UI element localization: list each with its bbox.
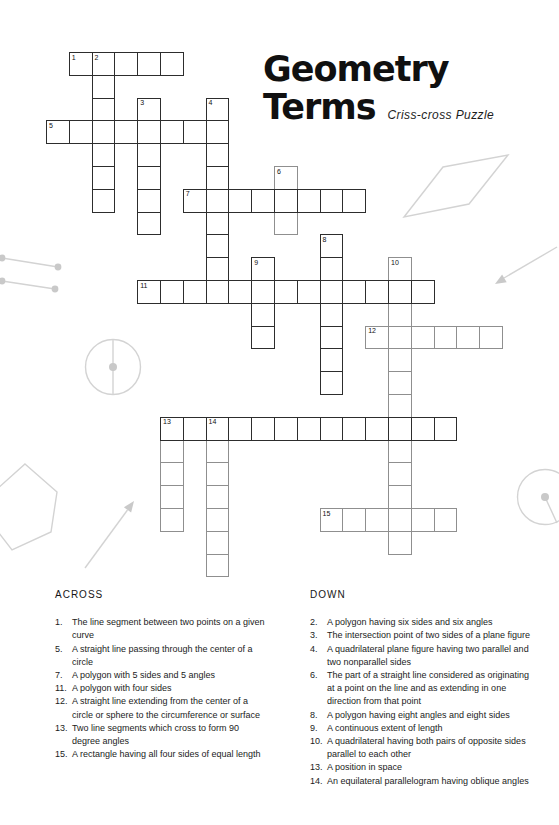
grid-cell[interactable] <box>206 462 230 486</box>
clue-text: A quadrilateral plane figure having two … <box>327 643 538 669</box>
clue-text: The line segment between two points on a… <box>72 616 267 642</box>
across-clues-list: 1.The line segment between two points on… <box>55 616 267 761</box>
grid-cell[interactable] <box>137 52 161 76</box>
clue-text: A polygon having six sides and six angle… <box>327 616 538 629</box>
cell-clue-number: 8 <box>323 236 327 244</box>
grid-cell[interactable] <box>228 417 252 441</box>
clue-text: A straight line extending from the cente… <box>72 695 267 721</box>
grid-cell[interactable] <box>183 280 207 304</box>
grid-cell[interactable] <box>388 417 412 441</box>
grid-cell[interactable] <box>206 531 230 555</box>
grid-cell[interactable] <box>251 326 275 350</box>
line-segment-decoration <box>0 255 61 271</box>
down-clues-list: 2.A polygon having six sides and six ang… <box>310 616 538 788</box>
grid-cell[interactable] <box>206 257 230 281</box>
clue-item: 4.A quadrilateral plane figure having tw… <box>310 643 538 669</box>
down-clues-section: DOWN 2.A polygon having six sides and si… <box>310 588 538 788</box>
clue-number: 15. <box>55 748 72 761</box>
cell-clue-number: 14 <box>209 418 217 426</box>
clue-text: Two line segments which cross to form 90… <box>72 722 267 748</box>
grid-cell[interactable] <box>92 143 116 167</box>
grid-cell[interactable]: 14 <box>206 417 230 441</box>
clue-text: A polygon with four sides <box>72 682 267 695</box>
grid-cell[interactable] <box>320 417 344 441</box>
grid-cell[interactable] <box>388 440 412 464</box>
title-line2: Terms <box>263 88 376 126</box>
grid-cell[interactable]: 10 <box>388 257 412 281</box>
clue-item: 13.Two line segments which cross to form… <box>55 722 267 748</box>
grid-cell[interactable] <box>160 120 184 144</box>
grid-cell[interactable]: 3 <box>137 98 161 122</box>
grid-cell[interactable]: 7 <box>183 189 207 213</box>
grid-cell[interactable] <box>137 143 161 167</box>
grid-cell[interactable]: 12 <box>365 326 389 350</box>
grid-cell[interactable] <box>411 508 435 532</box>
grid-cell[interactable] <box>137 212 161 236</box>
cell-clue-number: 12 <box>368 327 376 335</box>
grid-cell[interactable] <box>206 440 230 464</box>
pentagon-decoration <box>0 464 57 550</box>
grid-cell[interactable] <box>160 485 184 509</box>
grid-cell[interactable] <box>388 303 412 327</box>
across-clues-section: ACROSS 1.The line segment between two po… <box>55 588 267 761</box>
clue-number: 6. <box>310 669 327 709</box>
grid-cell[interactable] <box>183 417 207 441</box>
cell-clue-number: 13 <box>163 418 171 426</box>
grid-cell[interactable]: 9 <box>251 257 275 281</box>
clue-item: 3.The intersection point of two sides of… <box>310 629 538 642</box>
grid-cell[interactable] <box>160 462 184 486</box>
grid-cell[interactable] <box>251 417 275 441</box>
grid-cell[interactable] <box>160 508 184 532</box>
puzzle-page: Geometry Terms Criss-cross Puzzle 123456… <box>0 0 559 825</box>
grid-cell[interactable] <box>411 280 435 304</box>
grid-cell[interactable] <box>342 280 366 304</box>
clue-number: 13. <box>55 722 72 748</box>
grid-cell[interactable] <box>411 326 435 350</box>
grid-cell[interactable] <box>388 371 412 395</box>
clue-number: 13. <box>310 761 327 774</box>
cell-clue-number: 15 <box>323 510 331 518</box>
grid-cell[interactable] <box>206 485 230 509</box>
grid-cell[interactable]: 13 <box>160 417 184 441</box>
grid-cell[interactable] <box>365 508 389 532</box>
grid-cell[interactable] <box>92 120 116 144</box>
cell-clue-number: 10 <box>391 259 399 267</box>
clue-item: 2.A polygon having six sides and six ang… <box>310 616 538 629</box>
grid-cell[interactable] <box>434 326 458 350</box>
grid-cell[interactable] <box>183 120 207 144</box>
clue-item: 13.A position in space <box>310 761 538 774</box>
clue-text: The part of a straight line considered a… <box>327 669 538 709</box>
grid-cell[interactable] <box>320 371 344 395</box>
line-segment-decoration <box>0 278 58 293</box>
clue-item: 5.A straight line passing through the ce… <box>55 643 267 669</box>
grid-cell[interactable]: 1 <box>69 52 93 76</box>
clue-number: 3. <box>310 629 327 642</box>
grid-cell[interactable] <box>92 166 116 190</box>
grid-cell[interactable] <box>92 98 116 122</box>
clue-number: 2. <box>310 616 327 629</box>
clue-item: 12.A straight line extending from the ce… <box>55 695 267 721</box>
clue-item: 7.A polygon with 5 sides and 5 angles <box>55 669 267 682</box>
grid-cell[interactable] <box>411 417 435 441</box>
grid-cell[interactable] <box>388 326 412 350</box>
clue-number: 12. <box>55 695 72 721</box>
clue-text: A position in space <box>327 761 538 774</box>
grid-cell[interactable]: 2 <box>92 52 116 76</box>
grid-cell[interactable] <box>434 417 458 441</box>
clue-number: 11. <box>55 682 72 695</box>
grid-cell[interactable] <box>388 531 412 555</box>
grid-cell[interactable] <box>320 280 344 304</box>
grid-cell[interactable] <box>456 326 480 350</box>
grid-cell[interactable]: 8 <box>320 234 344 258</box>
clue-number: 7. <box>55 669 72 682</box>
grid-cell[interactable] <box>388 348 412 372</box>
clue-number: 5. <box>55 643 72 669</box>
down-header: DOWN <box>310 588 538 601</box>
grid-cell[interactable] <box>137 189 161 213</box>
clue-text: The intersection point of two sides of a… <box>327 629 538 642</box>
grid-cell[interactable] <box>251 189 275 213</box>
arrow-up-right-icon <box>85 501 134 568</box>
circle-with-radius-decoration <box>518 470 559 525</box>
grid-cell[interactable] <box>365 417 389 441</box>
grid-cell[interactable]: 15 <box>320 508 344 532</box>
clue-item: 14.An equilateral parallelogram having o… <box>310 775 538 788</box>
grid-cell[interactable] <box>320 326 344 350</box>
grid-cell[interactable] <box>274 417 298 441</box>
grid-cell[interactable] <box>206 189 230 213</box>
grid-cell[interactable] <box>137 120 161 144</box>
arrow-down-left-icon <box>495 247 557 284</box>
clue-number: 4. <box>310 643 327 669</box>
grid-cell[interactable] <box>297 417 321 441</box>
grid-cell[interactable] <box>297 280 321 304</box>
clue-number: 10. <box>310 735 327 761</box>
grid-cell[interactable] <box>274 189 298 213</box>
cell-clue-number: 7 <box>186 190 190 198</box>
grid-cell[interactable] <box>274 212 298 236</box>
clue-text: A continuous extent of length <box>327 722 538 735</box>
grid-cell[interactable]: 4 <box>206 98 230 122</box>
cell-clue-number: 4 <box>209 99 213 107</box>
grid-cell[interactable] <box>342 508 366 532</box>
grid-cell[interactable] <box>114 52 138 76</box>
clue-number: 1. <box>55 616 72 642</box>
grid-cell[interactable] <box>206 280 230 304</box>
grid-cell[interactable] <box>342 189 366 213</box>
grid-cell[interactable] <box>160 280 184 304</box>
grid-cell[interactable] <box>228 280 252 304</box>
title-line1: Geometry <box>263 50 494 88</box>
grid-cell[interactable] <box>388 508 412 532</box>
grid-cell[interactable] <box>388 394 412 418</box>
grid-cell[interactable] <box>434 508 458 532</box>
grid-cell[interactable] <box>92 189 116 213</box>
grid-cell[interactable]: 5 <box>46 120 70 144</box>
grid-cell[interactable] <box>365 280 389 304</box>
grid-cell[interactable] <box>251 280 275 304</box>
grid-cell[interactable]: 6 <box>274 166 298 190</box>
grid-cell[interactable] <box>388 485 412 509</box>
cell-clue-number: 11 <box>140 282 147 290</box>
clue-item: 11.A polygon with four sides <box>55 682 267 695</box>
grid-cell[interactable] <box>297 189 321 213</box>
grid-cell[interactable] <box>206 166 230 190</box>
grid-cell[interactable]: 11 <box>137 280 161 304</box>
clue-item: 1.The line segment between two points on… <box>55 616 267 642</box>
cell-clue-number: 5 <box>49 122 53 130</box>
grid-cell[interactable] <box>479 326 503 350</box>
clue-item: 8.A polygon having eight angles and eigh… <box>310 709 538 722</box>
clue-text: A polygon with 5 sides and 5 angles <box>72 669 267 682</box>
grid-cell[interactable] <box>251 303 275 327</box>
grid-cell[interactable] <box>274 280 298 304</box>
cell-clue-number: 9 <box>254 259 258 267</box>
grid-cell[interactable] <box>206 143 230 167</box>
clue-item: 10.A quadrilateral having both pairs of … <box>310 735 538 761</box>
clue-item: 9.A continuous extent of length <box>310 722 538 735</box>
across-header: ACROSS <box>55 588 267 601</box>
grid-cell[interactable] <box>320 189 344 213</box>
grid-cell[interactable] <box>320 348 344 372</box>
cell-clue-number: 1 <box>72 54 76 62</box>
grid-cell[interactable] <box>206 554 230 578</box>
grid-cell[interactable] <box>388 462 412 486</box>
clue-text: A straight line passing through the cent… <box>72 643 267 669</box>
page-subtitle: Criss-cross Puzzle <box>388 96 495 134</box>
clue-text: A rectangle having all four sides of equ… <box>72 748 267 761</box>
grid-cell[interactable] <box>69 120 93 144</box>
grid-cell[interactable] <box>228 189 252 213</box>
clue-text: An equilateral parallelogram having obli… <box>327 775 538 788</box>
grid-cell[interactable] <box>206 508 230 532</box>
grid-cell[interactable] <box>320 257 344 281</box>
clue-text: A quadrilateral having both pairs of opp… <box>327 735 538 761</box>
cell-clue-number: 6 <box>277 168 281 176</box>
clue-item: 6.The part of a straight line considered… <box>310 669 538 709</box>
grid-cell[interactable] <box>137 166 161 190</box>
clue-number: 8. <box>310 709 327 722</box>
grid-cell[interactable] <box>206 212 230 236</box>
cell-clue-number: 3 <box>140 99 144 107</box>
clue-number: 9. <box>310 722 327 735</box>
grid-cell[interactable] <box>114 120 138 144</box>
grid-cell[interactable] <box>388 280 412 304</box>
grid-cell[interactable] <box>206 234 230 258</box>
clue-item: 15.A rectangle having all four sides of … <box>55 748 267 761</box>
circle-with-diameter-decoration <box>86 340 141 395</box>
clue-text: A polygon having eight angles and eight … <box>327 709 538 722</box>
grid-cell[interactable] <box>92 75 116 99</box>
grid-cell[interactable] <box>342 417 366 441</box>
grid-cell[interactable] <box>160 52 184 76</box>
clue-number: 14. <box>310 775 327 788</box>
grid-cell[interactable] <box>160 440 184 464</box>
grid-cell[interactable] <box>206 120 230 144</box>
parallelogram-decoration <box>404 155 508 217</box>
page-title: Geometry Terms Criss-cross Puzzle <box>263 50 494 134</box>
cell-clue-number: 2 <box>95 54 99 62</box>
grid-cell[interactable] <box>320 303 344 327</box>
